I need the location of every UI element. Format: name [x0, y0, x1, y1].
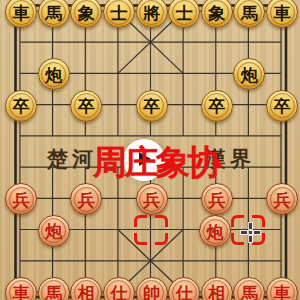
- piece-character: 象: [208, 4, 225, 21]
- piece-character: 相: [78, 285, 95, 300]
- piece-character: 卒: [208, 98, 225, 115]
- piece-character: 士: [176, 4, 193, 21]
- piece-character: 仕: [110, 285, 127, 300]
- piece-character: 兵: [13, 191, 30, 208]
- piece-red-相[interactable]: 相: [201, 277, 233, 300]
- piece-character: 卒: [13, 98, 30, 115]
- piece-character: 象: [78, 4, 95, 21]
- piece-black-卒[interactable]: 卒: [70, 90, 102, 122]
- xiangqi-board-screenshot: 楚河 漢界 車馬象士將士象馬車炮炮卒卒卒卒卒兵兵兵兵兵炮炮車馬相仕帥仕相馬車 周…: [0, 0, 300, 300]
- piece-black-將[interactable]: 將: [136, 0, 168, 28]
- piece-character: 卒: [78, 98, 95, 115]
- piece-character: 馬: [45, 4, 62, 21]
- move-marker-e3: [134, 215, 168, 245]
- piece-red-炮[interactable]: 炮: [38, 215, 70, 247]
- piece-character: 馬: [45, 285, 62, 300]
- piece-character: 兵: [143, 191, 160, 208]
- piece-character: 帥: [143, 285, 160, 300]
- piece-black-炮[interactable]: 炮: [38, 58, 70, 90]
- piece-character: 車: [13, 285, 30, 300]
- piece-character: 將: [143, 4, 160, 21]
- piece-character: 車: [274, 285, 291, 300]
- piece-character: 卒: [274, 98, 291, 115]
- piece-red-兵[interactable]: 兵: [136, 183, 168, 215]
- piece-character: 馬: [241, 4, 258, 21]
- piece-character: 兵: [274, 191, 291, 208]
- piece-character: 士: [110, 4, 127, 21]
- piece-black-卒[interactable]: 卒: [266, 90, 298, 122]
- piece-character: 相: [208, 285, 225, 300]
- mouse-cursor-crosshair: [241, 223, 260, 242]
- piece-character: 炮: [207, 223, 224, 240]
- piece-character: 車: [13, 4, 30, 21]
- piece-character: 炮: [45, 223, 62, 240]
- piece-red-兵[interactable]: 兵: [201, 183, 233, 215]
- piece-red-馬[interactable]: 馬: [38, 277, 70, 300]
- piece-character: 車: [274, 4, 291, 21]
- piece-character: 馬: [241, 285, 258, 300]
- piece-character: 炮: [45, 66, 62, 83]
- piece-black-卒[interactable]: 卒: [136, 90, 168, 122]
- piece-character: 兵: [208, 191, 225, 208]
- piece-red-帥[interactable]: 帥: [136, 277, 168, 300]
- piece-character: 卒: [143, 98, 160, 115]
- piece-black-卒[interactable]: 卒: [201, 90, 233, 122]
- piece-black-卒[interactable]: 卒: [5, 90, 37, 122]
- piece-character: 兵: [78, 191, 95, 208]
- river-text-chu-he: 楚河: [47, 145, 97, 173]
- piece-character: 仕: [176, 285, 193, 300]
- piece-character: 炮: [241, 66, 258, 83]
- overlay-caption: 周庄象协: [93, 140, 219, 186]
